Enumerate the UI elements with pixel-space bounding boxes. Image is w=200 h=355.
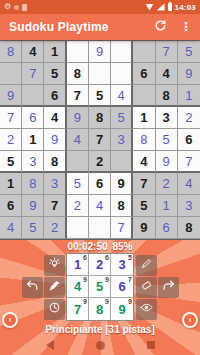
- cell-r1c1[interactable]: 8: [0, 41, 22, 63]
- cell-r2c8[interactable]: 4: [156, 63, 178, 85]
- numpad-remaining-count: 6: [83, 254, 87, 261]
- numpad-remaining-count: 6: [105, 254, 109, 261]
- history-button[interactable]: [44, 299, 65, 320]
- cell-r4c1[interactable]: 7: [0, 107, 22, 129]
- cell-r1c3[interactable]: 1: [44, 41, 66, 63]
- cell-r4c8[interactable]: 3: [156, 107, 178, 129]
- cell-r5c7[interactable]: 8: [133, 129, 155, 151]
- numpad-key-5[interactable]: 59: [89, 276, 111, 298]
- home-button[interactable]: [96, 341, 105, 350]
- redo-arrow-icon: [162, 278, 175, 296]
- numpad-key-7[interactable]: 79: [67, 298, 89, 320]
- cell-r7c1[interactable]: 1: [0, 173, 22, 195]
- cell-r1c5[interactable]: 9: [89, 41, 111, 63]
- cell-r9c2[interactable]: 5: [22, 217, 44, 239]
- cell-r1c4[interactable]: [67, 41, 89, 63]
- cell-r4c9[interactable]: 2: [178, 107, 200, 129]
- lightbulb-icon: [48, 256, 61, 274]
- cell-r3c6[interactable]: 4: [111, 85, 133, 107]
- cell-r3c8[interactable]: 8: [156, 85, 178, 107]
- cell-r8c1[interactable]: 6: [0, 195, 22, 217]
- cell-r3c9[interactable]: 1: [178, 85, 200, 107]
- cell-r5c3[interactable]: 9: [44, 129, 66, 151]
- cell-r4c2[interactable]: 6: [22, 107, 44, 129]
- cell-r4c4[interactable]: 9: [67, 107, 89, 129]
- numpad-key-4[interactable]: 49: [67, 276, 89, 298]
- cell-r3c2[interactable]: [22, 85, 44, 107]
- status-bar: ⚙ 14:03: [0, 0, 200, 14]
- cell-r4c6[interactable]: 5: [111, 107, 133, 129]
- notification-card-icon: [22, 4, 27, 11]
- difficulty-label: Principiante [31 pistas]: [45, 324, 154, 335]
- controls-row: 162635495967798999: [21, 253, 179, 321]
- numpad-key-2[interactable]: 26: [89, 254, 111, 276]
- cell-r1c9[interactable]: 5: [178, 41, 200, 63]
- pencil-icon: [48, 278, 61, 296]
- cell-r1c7[interactable]: [133, 41, 155, 63]
- gear-icon: ⚙: [4, 3, 11, 11]
- cell-r5c6[interactable]: 3: [111, 129, 133, 151]
- cell-r9c6[interactable]: 7: [111, 217, 133, 239]
- cell-r2c3[interactable]: 5: [44, 63, 66, 85]
- sudoku-board: 8419757586499675481764985132219473856538…: [0, 40, 200, 240]
- cell-r2c4[interactable]: 8: [67, 63, 89, 85]
- notification-dot-icon: [14, 5, 19, 10]
- restart-button[interactable]: [152, 19, 168, 35]
- cell-r1c2[interactable]: 4: [22, 41, 44, 63]
- cell-r5c9[interactable]: 6: [178, 129, 200, 151]
- next-puzzle-button[interactable]: ‖: [182, 312, 198, 328]
- cell-r2c5[interactable]: [89, 63, 111, 85]
- android-nav-bar: [0, 335, 200, 355]
- number-pad: 162635495967798999: [66, 253, 134, 321]
- numpad-digit: 7: [74, 302, 81, 317]
- cell-r7c2[interactable]: 8: [22, 173, 44, 195]
- refresh-icon: [154, 18, 167, 36]
- cell-r5c5[interactable]: 7: [89, 129, 111, 151]
- wifi-icon: [146, 4, 154, 11]
- sudoku-app: ⚙ 14:03 Sudoku Playtime ⋮: [0, 0, 200, 355]
- hint-button[interactable]: [44, 255, 65, 276]
- cell-r6c8[interactable]: 9: [156, 151, 178, 173]
- progress-percent: 85%: [113, 241, 133, 252]
- clock-icon: [48, 300, 61, 318]
- eraser-button[interactable]: [136, 277, 157, 298]
- cell-r6c2[interactable]: 3: [22, 151, 44, 173]
- cell-r7c9[interactable]: 4: [178, 173, 200, 195]
- cell-r8c2[interactable]: 9: [22, 195, 44, 217]
- numpad-key-1[interactable]: 16: [67, 254, 89, 276]
- cell-signal-icon: [157, 4, 165, 11]
- cell-r2c6[interactable]: [111, 63, 133, 85]
- numpad-remaining-count: 7: [128, 276, 132, 283]
- cell-r9c1[interactable]: 4: [0, 217, 22, 239]
- battery-icon: [168, 3, 172, 11]
- undo-arrow-icon: [26, 278, 39, 296]
- cell-r5c4[interactable]: 4: [67, 129, 89, 151]
- numpad-key-9[interactable]: 99: [111, 298, 133, 320]
- cell-r9c8[interactable]: 6: [156, 217, 178, 239]
- cell-r4c7[interactable]: 1: [133, 107, 155, 129]
- clock-time: 14:03: [175, 3, 196, 12]
- numpad-remaining-count: 9: [105, 276, 109, 283]
- numpad-digit: 6: [118, 279, 125, 294]
- cell-r9c3[interactable]: 2: [44, 217, 66, 239]
- cell-r6c6[interactable]: [111, 151, 133, 173]
- cell-r7c8[interactable]: 2: [156, 173, 178, 195]
- numpad-digit: 3: [118, 257, 125, 272]
- cell-r1c6[interactable]: [111, 41, 133, 63]
- redo-button[interactable]: [158, 277, 179, 298]
- cell-r6c1[interactable]: 5: [0, 151, 22, 173]
- notes-pencil-button[interactable]: [44, 277, 65, 298]
- numpad-digit: 4: [74, 279, 81, 294]
- undo-button[interactable]: [22, 277, 43, 298]
- cell-r8c6[interactable]: 8: [111, 195, 133, 217]
- cell-r6c9[interactable]: 7: [178, 151, 200, 173]
- cell-r3c4[interactable]: 7: [67, 85, 89, 107]
- cell-r5c1[interactable]: 2: [0, 129, 22, 151]
- cell-r8c4[interactable]: 2: [67, 195, 89, 217]
- overflow-menu-button[interactable]: ⋮: [178, 19, 194, 35]
- pause-bars-icon: ‖: [9, 317, 11, 323]
- cell-r3c5[interactable]: 5: [89, 85, 111, 107]
- timer-row: 00:02:50 85%: [67, 241, 132, 252]
- cell-r9c7[interactable]: 9: [133, 217, 155, 239]
- cell-r9c5[interactable]: [89, 217, 111, 239]
- cell-r5c8[interactable]: 5: [156, 129, 178, 151]
- three-dot-menu-icon: ⋮: [180, 21, 192, 33]
- pen-mode-button[interactable]: [136, 255, 157, 276]
- numpad-remaining-count: 9: [105, 298, 109, 305]
- numpad-digit: 5: [96, 279, 103, 294]
- pause-bars-icon: ‖: [189, 317, 191, 323]
- numpad-remaining-count: 9: [128, 298, 132, 305]
- prev-puzzle-button[interactable]: ‖: [2, 312, 18, 328]
- cell-r8c3[interactable]: 7: [44, 195, 66, 217]
- app-bar: Sudoku Playtime ⋮: [0, 14, 200, 40]
- cell-r4c3[interactable]: 4: [44, 107, 66, 129]
- recents-button[interactable]: [147, 341, 155, 349]
- app-title: Sudoku Playtime: [9, 20, 109, 34]
- cell-r3c3[interactable]: 6: [44, 85, 66, 107]
- cell-r6c4[interactable]: [67, 151, 89, 173]
- cell-r5c2[interactable]: 1: [22, 129, 44, 151]
- cell-r7c7[interactable]: 7: [133, 173, 155, 195]
- cell-r6c7[interactable]: 4: [133, 151, 155, 173]
- left-tool-column: [43, 254, 65, 320]
- numpad-key-3[interactable]: 35: [111, 254, 133, 276]
- cell-r6c3[interactable]: 8: [44, 151, 66, 173]
- cell-r8c7[interactable]: 5: [133, 195, 155, 217]
- numpad-digit: 1: [74, 257, 81, 272]
- elapsed-time: 00:02:50: [67, 241, 107, 252]
- cell-r7c6[interactable]: 9: [111, 173, 133, 195]
- cell-r3c7[interactable]: [133, 85, 155, 107]
- cell-r7c5[interactable]: 6: [89, 173, 111, 195]
- numpad-remaining-count: 9: [83, 298, 87, 305]
- eraser-icon: [140, 278, 153, 296]
- cell-r3c1[interactable]: 9: [0, 85, 22, 107]
- cell-r8c5[interactable]: 4: [89, 195, 111, 217]
- cell-r4c5[interactable]: 8: [89, 107, 111, 129]
- numpad-key-6[interactable]: 67: [111, 276, 133, 298]
- numpad-key-8[interactable]: 89: [89, 298, 111, 320]
- cell-r2c9[interactable]: 9: [178, 63, 200, 85]
- back-button[interactable]: [46, 340, 54, 350]
- numpad-remaining-count: 5: [128, 254, 132, 261]
- numpad-digit: 9: [118, 302, 125, 317]
- cell-r7c4[interactable]: 5: [67, 173, 89, 195]
- eye-icon: [140, 300, 153, 318]
- reveal-button[interactable]: [136, 299, 157, 320]
- numpad-digit: 2: [96, 257, 103, 272]
- lower-panel: 00:02:50 85%: [0, 240, 200, 355]
- cell-r9c9[interactable]: 8: [178, 217, 200, 239]
- numpad-remaining-count: 9: [83, 276, 87, 283]
- cell-r1c8[interactable]: 7: [156, 41, 178, 63]
- cell-r2c2[interactable]: 7: [22, 63, 44, 85]
- pen-icon: [140, 256, 153, 274]
- cell-r2c1[interactable]: [0, 63, 22, 85]
- cell-r8c9[interactable]: 3: [178, 195, 200, 217]
- cell-r7c3[interactable]: 3: [44, 173, 66, 195]
- cell-r2c7[interactable]: 6: [133, 63, 155, 85]
- right-tool-column: [135, 254, 157, 320]
- cell-r6c5[interactable]: 2: [89, 151, 111, 173]
- numpad-digit: 8: [96, 302, 103, 317]
- cell-r8c8[interactable]: 1: [156, 195, 178, 217]
- cell-r9c4[interactable]: [67, 217, 89, 239]
